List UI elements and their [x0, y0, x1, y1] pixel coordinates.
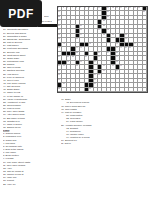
cell-number: 28: [103, 25, 105, 27]
cell-number: 50: [125, 47, 127, 49]
cell-number: 20: [107, 11, 109, 13]
cell-number: 17: [134, 7, 136, 9]
cell-number: 80: [63, 83, 65, 85]
cell-number: 7: [85, 7, 86, 9]
cell-number: 27: [80, 25, 82, 27]
cell-number: 6: [80, 7, 81, 9]
cell-number: 52: [76, 52, 78, 54]
cell-number: 12: [112, 7, 114, 9]
cell-number: 65: [116, 61, 118, 63]
cell-number: 48: [116, 47, 118, 49]
cell-number: 51: [129, 47, 131, 49]
cell-number: 13: [116, 7, 118, 9]
cell-number: 42: [89, 43, 91, 45]
cell-number: 60: [98, 56, 100, 58]
cell-number: 71: [120, 65, 122, 67]
document-thumbnail[interactable]: PDF arch and related 1234567891011121314…: [0, 0, 149, 198]
cell-number: 18: [138, 7, 140, 9]
cell-number: 59: [85, 56, 87, 58]
clue-line: 22. Hazy air: [3, 182, 58, 185]
pdf-badge[interactable]: PDF: [0, 0, 42, 27]
cell-number: 39: [76, 38, 78, 40]
cell-number: 15: [125, 7, 127, 9]
cell-number: 46: [76, 47, 78, 49]
cell-number: 36: [112, 34, 114, 36]
cell-number: 10: [98, 7, 100, 9]
cell-number: 41: [63, 43, 65, 45]
cell-number: 76: [94, 74, 96, 76]
cell-number: 69: [103, 65, 105, 67]
cell-number: 26: [58, 25, 60, 27]
cell-number: 11: [107, 7, 109, 9]
cell-number: 31: [98, 29, 100, 31]
cell-number: 9: [94, 7, 95, 9]
cell-number: 23: [107, 16, 109, 18]
cell-number: 73: [103, 70, 105, 72]
cell-number: 44: [134, 43, 136, 45]
cell-number: 61: [116, 56, 118, 58]
cell-number: 40: [125, 38, 127, 40]
cell-number: 81: [94, 83, 96, 85]
footer-fragment: · ·: [2, 189, 4, 191]
cell-number: 45: [58, 47, 60, 49]
white-cell: [143, 88, 147, 92]
cell-number: 70: [112, 65, 114, 67]
cell-number: 16: [129, 7, 131, 9]
cell-number: 77: [98, 74, 100, 76]
cell-number: 62: [67, 61, 69, 63]
cell-number: 3: [67, 7, 68, 9]
cell-number: 83: [89, 88, 91, 90]
cell-number: 54: [107, 52, 109, 54]
cell-number: 53: [98, 52, 100, 54]
cell-number: 78: [58, 79, 60, 81]
cell-number: 68: [76, 65, 78, 67]
cell-number: 72: [58, 70, 60, 72]
cell-number: 22: [58, 16, 60, 18]
cell-number: 67: [63, 65, 65, 67]
cell-number: 30: [80, 29, 82, 31]
cell-number: 32: [107, 29, 109, 31]
cell-number: 21: [143, 11, 145, 13]
cell-number: 2: [63, 7, 64, 9]
cell-number: 25: [103, 20, 105, 22]
cell-number: 29: [58, 29, 60, 31]
cell-number: 14: [120, 7, 122, 9]
cell-number: 57: [67, 56, 69, 58]
cell-number: 43: [116, 43, 118, 45]
cell-number: 75: [58, 74, 60, 76]
cell-number: 49: [120, 47, 122, 49]
cell-number: 19: [58, 11, 60, 13]
cell-number: 38: [58, 38, 60, 40]
cell-number: 74: [116, 70, 118, 72]
cell-number: 63: [80, 61, 82, 63]
cell-number: 35: [103, 34, 105, 36]
cell-number: 82: [58, 88, 60, 90]
cell-number: 64: [94, 61, 96, 63]
clue-column-right: 46. Suffix 48. Developed a bond45. Three…: [61, 98, 148, 145]
cell-number: 1: [58, 7, 59, 9]
cell-number: 24: [58, 20, 60, 22]
cell-number: 55: [116, 52, 118, 54]
cell-number: 58: [72, 56, 74, 58]
cell-number: 79: [94, 79, 96, 81]
cell-number: 66: [58, 65, 60, 67]
pdf-badge-label: PDF: [8, 7, 34, 21]
cell-number: 56: [58, 56, 60, 58]
cell-number: 34: [80, 34, 82, 36]
cell-number: 47: [80, 47, 82, 49]
cell-number: 33: [58, 34, 60, 36]
clue-line: 11. Not in: [61, 142, 148, 145]
title-fragment-1: arch: [44, 15, 49, 18]
clue-column-left: 14. Type of flight17. Conductor Bernstei…: [3, 25, 58, 185]
crossword-grid: 1234567891011121314151617181920212223242…: [57, 6, 148, 93]
cell-number: 5: [76, 7, 77, 9]
cell-number: 8: [89, 7, 90, 9]
cell-number: 4: [72, 7, 73, 9]
cell-number: 37: [125, 34, 127, 36]
